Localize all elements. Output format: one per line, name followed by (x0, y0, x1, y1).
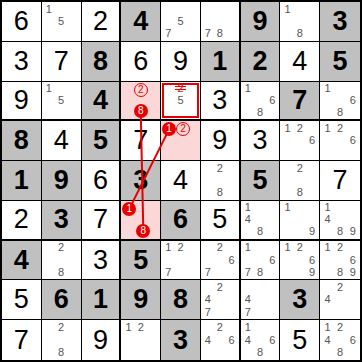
candidate-digit: 1 (324, 123, 330, 134)
candidate-digit: 9 (309, 226, 315, 237)
candidate-grid: 127 (161, 241, 200, 280)
cell-r9c4[interactable]: 12 (121, 320, 161, 360)
cell-r6c4[interactable]: 18 (121, 201, 161, 241)
candidate-digit: 5 (177, 16, 183, 27)
cell-r4c7[interactable]: 3 (241, 121, 281, 161)
candidate-grid: 28 (280, 161, 319, 200)
cell-r4c2[interactable]: 4 (42, 121, 82, 161)
candidate-digit: 7 (205, 267, 211, 278)
candidate-grid: 25 (161, 82, 200, 120)
solved-digit: 7 (14, 327, 29, 354)
solved-digit: 6 (133, 48, 148, 75)
cell-r9c5[interactable]: 3 (161, 320, 201, 360)
candidate-digit: 2 (217, 163, 223, 174)
candidate-digit: 6 (269, 255, 275, 266)
chain-on-candidate-icon: 8 (136, 224, 150, 238)
candidate-digit: 6 (309, 255, 315, 266)
candidate-digit: 6 (350, 335, 356, 346)
candidate-grid: 1678 (241, 241, 280, 280)
candidate-digit: 2 (217, 322, 223, 333)
solved-digit: 3 (14, 48, 29, 75)
cell-r1c8[interactable]: 18 (280, 2, 320, 42)
candidate-digit: 4 (324, 214, 330, 225)
candidate-digit: 2 (58, 322, 64, 333)
candidate-digit: 8 (337, 226, 343, 237)
candidate-grid: 12689 (320, 241, 360, 280)
cell-r8c1[interactable]: 5 (2, 280, 42, 320)
cell-r1c6[interactable]: 78 (201, 2, 241, 42)
candidate-digit: 4 (245, 294, 251, 305)
candidate-digit: 1 (285, 4, 291, 15)
candidate-digit: 7 (205, 28, 211, 39)
candidate-digit: 2 (337, 242, 343, 253)
cell-r6c9[interactable]: 1489 (320, 201, 360, 241)
cell-r2c3[interactable]: 8 (82, 42, 122, 82)
cell-r8c2[interactable]: 6 (42, 280, 82, 320)
cell-r2c5[interactable]: 9 (161, 42, 201, 82)
candidate-digit: 7 (165, 28, 171, 39)
cell-r1c2[interactable]: 15 (42, 2, 82, 42)
candidate-grid: 1269 (280, 241, 319, 280)
candidate-digit: 5 (177, 95, 183, 106)
cell-r2c8[interactable]: 4 (280, 42, 320, 82)
candidate-digit: 2 (297, 163, 303, 174)
given-digit: 4 (93, 87, 108, 114)
solved-digit: 6 (14, 8, 29, 35)
cell-r5c9[interactable]: 7 (320, 161, 360, 201)
candidate-digit: 1 (285, 123, 291, 134)
candidate-digit: 4 (324, 294, 330, 305)
candidate-grid: 267 (201, 241, 239, 280)
candidate-digit: 1 (285, 202, 291, 213)
candidate-digit: 6 (269, 95, 275, 106)
candidate-grid: 15 (42, 82, 81, 120)
given-digit: 3 (333, 8, 348, 35)
candidate-digit: 1 (324, 322, 330, 333)
chain-on-candidate-icon: 8 (134, 104, 148, 118)
solved-digit: 7 (333, 167, 348, 194)
candidate-grid: 126 (280, 121, 319, 160)
candidate-digit: 1 (245, 242, 251, 253)
candidate-grid: 12 (121, 320, 160, 360)
candidate-digit: 1 (285, 242, 291, 253)
given-digit: 3 (133, 167, 148, 194)
candidate-digit: 1 (245, 202, 251, 213)
eliminated-candidate: 2 (177, 83, 183, 94)
cell-r8c9[interactable]: 24 (320, 280, 360, 320)
candidate-digit: 8 (257, 226, 263, 237)
candidate-digit: 8 (217, 187, 223, 198)
cell-r2c9[interactable]: 5 (320, 42, 360, 82)
candidate-grid: 24 (320, 280, 360, 319)
chain-off-candidate-icon: 2 (176, 122, 190, 136)
sudoku-board: 6152457789183378691245915428253168716884… (0, 0, 362, 362)
candidate-digit: 7 (245, 267, 251, 278)
candidate-digit: 8 (337, 267, 343, 278)
cell-r2c4[interactable]: 6 (121, 42, 161, 82)
solved-digit: 6 (93, 167, 108, 194)
solved-digit: 5 (14, 286, 29, 313)
cell-r3c2[interactable]: 15 (42, 82, 82, 122)
cell-r5c2[interactable]: 9 (42, 161, 82, 201)
cell-r1c5[interactable]: 57 (161, 2, 201, 42)
chain-on-candidate-icon: 1 (162, 122, 176, 136)
given-digit: 2 (253, 48, 268, 75)
given-digit: 4 (133, 8, 148, 35)
candidate-digit: 2 (217, 282, 223, 293)
cell-r4c8[interactable]: 126 (280, 121, 320, 161)
candidate-digit: 8 (297, 187, 303, 198)
cell-r1c3[interactable]: 2 (82, 2, 122, 42)
candidate-grid: 28 (121, 82, 160, 120)
cell-r4c4[interactable]: 7 (121, 121, 161, 161)
candidate-digit: 8 (337, 347, 343, 358)
solved-digit: 9 (212, 127, 227, 154)
candidate-digit: 8 (217, 28, 223, 39)
given-digit: 9 (253, 8, 268, 35)
cell-r5c7[interactable]: 5 (241, 161, 281, 201)
candidate-digit: 6 (229, 255, 235, 266)
cell-r8c5[interactable]: 8 (161, 280, 201, 320)
cell-r3c7[interactable]: 168 (241, 82, 281, 122)
candidate-digit: 7 (205, 307, 211, 318)
cell-r5c5[interactable]: 4 (161, 161, 201, 201)
solved-digit: 5 (292, 327, 307, 354)
candidate-grid: 1468 (241, 320, 280, 360)
cell-r7c5[interactable]: 127 (161, 241, 201, 281)
candidate-digit: 8 (297, 28, 303, 39)
candidate-digit: 6 (269, 335, 275, 346)
candidate-digit: 1 (125, 322, 131, 333)
cell-r1c4[interactable]: 4 (121, 2, 161, 42)
solved-digit: 4 (54, 127, 69, 154)
given-digit: 5 (93, 127, 108, 154)
candidate-digit: 9 (309, 267, 315, 278)
candidate-grid: 168 (320, 82, 360, 120)
given-digit: 6 (173, 206, 188, 233)
cell-r6c2[interactable]: 3 (42, 201, 82, 241)
candidate-digit: 2 (58, 242, 64, 253)
cell-r6c3[interactable]: 7 (82, 201, 122, 241)
cell-r7c6[interactable]: 267 (201, 241, 241, 281)
candidate-digit: 1 (245, 83, 251, 94)
solved-digit: 4 (292, 48, 307, 75)
solved-digit: 9 (93, 327, 108, 354)
cell-r6c8[interactable]: 19 (280, 201, 320, 241)
given-digit: 1 (93, 286, 108, 313)
cell-r9c2[interactable]: 28 (42, 320, 82, 360)
candidate-digit: 6 (309, 135, 315, 146)
solved-digit: 7 (93, 206, 108, 233)
cell-r2c2[interactable]: 7 (42, 42, 82, 82)
solved-digit: 4 (173, 167, 188, 194)
cell-r7c2[interactable]: 28 (42, 241, 82, 281)
candidate-grid: 126 (320, 121, 360, 160)
candidate-grid: 78 (201, 2, 239, 41)
cell-r5c4[interactable]: 3 (121, 161, 161, 201)
candidate-digit: 5 (58, 95, 64, 106)
candidate-digit: 8 (257, 267, 263, 278)
candidate-digit: 8 (257, 107, 263, 118)
cell-r4c6[interactable]: 9 (201, 121, 241, 161)
sudoku-board-wrap: 6152457789183378691245915428253168716884… (0, 0, 362, 362)
candidate-digit: 4 (205, 335, 211, 346)
candidate-digit: 8 (58, 347, 64, 358)
cell-r7c7[interactable]: 1678 (241, 241, 281, 281)
cell-r9c8[interactable]: 5 (280, 320, 320, 360)
given-digit: 8 (14, 127, 29, 154)
candidate-grid: 1489 (320, 201, 360, 239)
cell-r2c6[interactable]: 1 (201, 42, 241, 82)
cell-r9c7[interactable]: 1468 (241, 320, 281, 360)
cell-r8c7[interactable]: 47 (241, 280, 281, 320)
cell-r3c6[interactable]: 3 (201, 82, 241, 122)
cell-r9c3[interactable]: 9 (82, 320, 122, 360)
cell-r4c1[interactable]: 8 (2, 121, 42, 161)
candidate-grid: 28 (42, 320, 81, 360)
candidate-digit: 8 (257, 347, 263, 358)
solved-digit: 2 (14, 206, 29, 233)
cell-r3c5[interactable]: 25 (161, 82, 201, 122)
cell-r2c1[interactable]: 3 (2, 42, 42, 82)
candidate-digit: 1 (165, 242, 171, 253)
candidate-digit: 2 (337, 123, 343, 134)
cell-r1c1[interactable]: 6 (2, 2, 42, 42)
given-digit: 9 (133, 286, 148, 313)
candidate-digit: 1 (46, 4, 52, 15)
cell-r3c9[interactable]: 168 (320, 82, 360, 122)
cell-r6c5[interactable]: 6 (161, 201, 201, 241)
cell-r5c1[interactable]: 1 (2, 161, 42, 201)
candidate-grid: 28 (42, 241, 81, 280)
candidate-digit: 5 (58, 16, 64, 27)
candidate-digit: 4 (245, 214, 251, 225)
candidate-digit: 1 (324, 202, 330, 213)
candidate-digit: 1 (324, 242, 330, 253)
candidate-digit: 1 (245, 322, 251, 333)
candidate-grid: 57 (161, 2, 200, 41)
cell-r8c6[interactable]: 247 (201, 280, 241, 320)
cell-r7c8[interactable]: 1269 (280, 241, 320, 281)
chain-off-candidate-icon: 2 (134, 83, 148, 97)
candidate-grid: 148 (241, 201, 280, 239)
given-digit: 5 (133, 247, 148, 274)
solved-digit: 3 (93, 247, 108, 274)
candidate-digit: 2 (138, 322, 144, 333)
candidate-digit: 6 (350, 255, 356, 266)
solved-digit: 2 (93, 8, 108, 35)
solved-digit: 9 (173, 48, 188, 75)
cell-r4c9[interactable]: 126 (320, 121, 360, 161)
candidate-grid: 19 (280, 201, 319, 239)
cell-r1c9[interactable]: 3 (320, 2, 360, 42)
given-digit: 6 (54, 286, 69, 313)
cell-r7c1[interactable]: 4 (2, 241, 42, 281)
candidate-digit: 8 (337, 107, 343, 118)
cell-r7c4[interactable]: 5 (121, 241, 161, 281)
candidate-digit: 8 (58, 267, 64, 278)
candidate-grid: 247 (201, 280, 239, 319)
candidate-digit: 2 (177, 242, 183, 253)
candidate-digit: 9 (350, 226, 356, 237)
cell-r6c1[interactable]: 2 (2, 201, 42, 241)
candidate-grid: 12468 (320, 320, 360, 360)
cell-r3c3[interactable]: 4 (82, 82, 122, 122)
candidate-grid: 18 (121, 201, 160, 239)
solved-digit: 3 (212, 87, 227, 114)
candidate-grid: 47 (241, 280, 280, 319)
solved-digit: 7 (133, 127, 148, 154)
candidate-digit: 1 (46, 83, 52, 94)
candidate-digit: 6 (229, 335, 235, 346)
given-digit: 5 (333, 48, 348, 75)
solved-digit: 3 (253, 127, 268, 154)
given-digit: 3 (54, 206, 69, 233)
cell-r3c1[interactable]: 9 (2, 82, 42, 122)
candidate-digit: 2 (337, 322, 343, 333)
candidate-grid: 15 (42, 2, 81, 41)
cell-r8c8[interactable]: 3 (280, 280, 320, 320)
candidate-grid: 246 (201, 320, 239, 360)
cell-r8c3[interactable]: 1 (82, 280, 122, 320)
given-digit: 3 (173, 327, 188, 354)
candidate-digit: 2 (297, 123, 303, 134)
cell-r5c3[interactable]: 6 (82, 161, 122, 201)
candidate-digit: 2 (217, 242, 223, 253)
given-digit: 5 (253, 167, 268, 194)
cell-r3c4[interactable]: 28 (121, 82, 161, 122)
candidate-digit: 4 (245, 335, 251, 346)
cell-r2c7[interactable]: 2 (241, 42, 281, 82)
cell-r9c9[interactable]: 12468 (320, 320, 360, 360)
solved-digit: 5 (212, 206, 227, 233)
candidate-digit: 4 (205, 294, 211, 305)
cell-r7c3[interactable]: 3 (82, 241, 122, 281)
given-digit: 1 (212, 48, 227, 75)
chain-on-candidate-icon: 1 (122, 202, 136, 216)
cell-r4c3[interactable]: 5 (82, 121, 122, 161)
cell-r9c6[interactable]: 246 (201, 320, 241, 360)
cell-r7c9[interactable]: 12689 (320, 241, 360, 281)
solved-digit: 9 (14, 87, 29, 114)
given-digit: 9 (54, 167, 69, 194)
cell-r6c7[interactable]: 148 (241, 201, 281, 241)
cell-r5c8[interactable]: 28 (280, 161, 320, 201)
given-digit: 1 (14, 167, 29, 194)
candidate-grid: 168 (241, 82, 280, 120)
candidate-grid: 12 (161, 121, 200, 160)
candidate-digit: 7 (245, 307, 251, 318)
cell-r1c7[interactable]: 9 (241, 2, 281, 42)
cell-r4c5[interactable]: 12 (161, 121, 201, 161)
candidate-digit: 6 (350, 95, 356, 106)
candidate-digit: 2 (297, 242, 303, 253)
cell-r9c1[interactable]: 7 (2, 320, 42, 360)
candidate-digit: 4 (324, 335, 330, 346)
given-digit: 7 (292, 87, 307, 114)
cell-r3c8[interactable]: 7 (280, 82, 320, 122)
given-digit: 3 (292, 286, 307, 313)
candidate-digit: 7 (165, 267, 171, 278)
given-digit: 8 (93, 48, 108, 75)
given-digit: 8 (173, 286, 188, 313)
candidate-digit: 6 (350, 135, 356, 146)
candidate-grid: 18 (280, 2, 319, 41)
cell-r8c4[interactable]: 9 (121, 280, 161, 320)
candidate-digit: 1 (324, 83, 330, 94)
candidate-grid: 28 (201, 161, 239, 200)
given-digit: 4 (14, 247, 29, 274)
candidate-digit: 2 (337, 282, 343, 293)
cell-r6c6[interactable]: 5 (201, 201, 241, 241)
solved-digit: 7 (54, 48, 69, 75)
cell-r5c6[interactable]: 28 (201, 161, 241, 201)
candidate-digit: 9 (350, 267, 356, 278)
